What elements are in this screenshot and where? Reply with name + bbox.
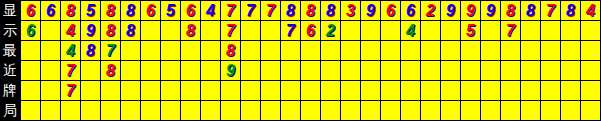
cell-r5c28 <box>561 81 580 100</box>
cell-r5c6 <box>121 81 140 100</box>
cell-r3c10 <box>201 41 220 60</box>
cell-r3c1 <box>21 41 40 60</box>
cell-r4c28 <box>561 61 580 80</box>
cell-r4c20 <box>401 61 420 80</box>
cell-r1c29: 4 <box>581 1 600 20</box>
cell-r6c7 <box>141 101 160 120</box>
cell-r6c27 <box>541 101 560 120</box>
cell-r2c17 <box>341 21 360 40</box>
cell-r1c18: 9 <box>361 1 380 20</box>
cell-r6c2 <box>41 101 60 120</box>
cell-r3c14 <box>281 41 300 60</box>
cell-r1c27: 7 <box>541 1 560 20</box>
cell-r5c18 <box>361 81 380 100</box>
cell-r1c22: 9 <box>441 1 460 20</box>
cell-r3c24 <box>481 41 500 60</box>
cell-r1c4: 5 <box>81 1 100 20</box>
cell-r2c14: 7 <box>281 21 300 40</box>
cell-r5c1 <box>21 81 40 100</box>
cell-r4c24 <box>481 61 500 80</box>
cell-r2c26 <box>521 21 540 40</box>
recent-games-board: 显示最近牌局 668588656477788839662999887846498… <box>0 0 601 121</box>
cell-r2c8 <box>161 21 180 40</box>
cell-r4c17 <box>341 61 360 80</box>
cell-r4c21 <box>421 61 440 80</box>
cell-r2c1: 6 <box>21 21 40 40</box>
cell-r5c5 <box>101 81 120 100</box>
cell-r4c23 <box>461 61 480 80</box>
cell-r4c8 <box>161 61 180 80</box>
cell-r6c6 <box>121 101 140 120</box>
cell-r3c6 <box>121 41 140 60</box>
cell-r3c26 <box>521 41 540 60</box>
cell-r3c4: 8 <box>81 41 100 60</box>
cell-r4c6 <box>121 61 140 80</box>
cell-r4c11: 9 <box>221 61 240 80</box>
cell-r4c22 <box>441 61 460 80</box>
cell-r3c5: 7 <box>101 41 120 60</box>
cell-r3c8 <box>161 41 180 60</box>
cell-r2c12 <box>241 21 260 40</box>
cell-r5c16 <box>321 81 340 100</box>
cell-r1c2: 6 <box>41 1 60 20</box>
cell-r6c5 <box>101 101 120 120</box>
cell-r6c4 <box>81 101 100 120</box>
cell-r4c4 <box>81 61 100 80</box>
cell-r3c20 <box>401 41 420 60</box>
cell-r1c7: 6 <box>141 1 160 20</box>
cell-r5c9 <box>181 81 200 100</box>
cell-r6c9 <box>181 101 200 120</box>
cell-r1c28: 8 <box>561 1 580 20</box>
cell-r1c12: 7 <box>241 1 260 20</box>
cell-r6c21 <box>421 101 440 120</box>
cell-r5c19 <box>381 81 400 100</box>
cell-r3c23 <box>461 41 480 60</box>
cell-r2c20: 4 <box>401 21 420 40</box>
cell-r2c18 <box>361 21 380 40</box>
cell-r4c27 <box>541 61 560 80</box>
cell-r6c3 <box>61 101 80 120</box>
board-title-char-1: 显 <box>0 1 20 20</box>
cell-r6c16 <box>321 101 340 120</box>
cell-r6c17 <box>341 101 360 120</box>
cell-r1c14: 8 <box>281 1 300 20</box>
cell-r1c26: 8 <box>521 1 540 20</box>
cell-r6c24 <box>481 101 500 120</box>
cell-r6c15 <box>301 101 320 120</box>
cell-r4c2 <box>41 61 60 80</box>
cell-r2c3: 4 <box>61 21 80 40</box>
cell-r4c12 <box>241 61 260 80</box>
cell-r3c19 <box>381 41 400 60</box>
cell-r2c22 <box>441 21 460 40</box>
cell-r1c11: 7 <box>221 1 240 20</box>
cell-r2c24 <box>481 21 500 40</box>
cell-r3c7 <box>141 41 160 60</box>
cell-r2c27 <box>541 21 560 40</box>
results-grid: 6685886564777888396629998878464988877624… <box>20 0 601 121</box>
board-title-char-4: 近 <box>0 61 20 80</box>
cell-r6c19 <box>381 101 400 120</box>
cell-r3c2 <box>41 41 60 60</box>
cell-r4c1 <box>21 61 40 80</box>
cell-r6c1 <box>21 101 40 120</box>
cell-r3c12 <box>241 41 260 60</box>
cell-r1c8: 5 <box>161 1 180 20</box>
cell-r3c16 <box>321 41 340 60</box>
cell-r1c15: 8 <box>301 1 320 20</box>
cell-r2c9: 8 <box>181 21 200 40</box>
board-title-char-5: 牌 <box>0 81 20 100</box>
cell-r2c28 <box>561 21 580 40</box>
cell-r6c28 <box>561 101 580 120</box>
cell-r1c23: 9 <box>461 1 480 20</box>
board-title-char-3: 最 <box>0 41 20 60</box>
cell-r2c2 <box>41 21 60 40</box>
cell-r5c29 <box>581 81 600 100</box>
board-title-vertical: 显示最近牌局 <box>0 0 20 121</box>
cell-r5c11 <box>221 81 240 100</box>
cell-r6c23 <box>461 101 480 120</box>
cell-r5c14 <box>281 81 300 100</box>
cell-r6c14 <box>281 101 300 120</box>
cell-r2c5: 8 <box>101 21 120 40</box>
cell-r6c11 <box>221 101 240 120</box>
cell-r3c18 <box>361 41 380 60</box>
cell-r3c13 <box>261 41 280 60</box>
cell-r4c5: 8 <box>101 61 120 80</box>
cell-r2c15: 6 <box>301 21 320 40</box>
cell-r2c7 <box>141 21 160 40</box>
cell-r1c9: 6 <box>181 1 200 20</box>
cell-r4c18 <box>361 61 380 80</box>
cell-r6c12 <box>241 101 260 120</box>
cell-r3c25 <box>501 41 520 60</box>
cell-r3c21 <box>421 41 440 60</box>
cell-r5c13 <box>261 81 280 100</box>
cell-r4c16 <box>321 61 340 80</box>
cell-r3c17 <box>341 41 360 60</box>
cell-r3c29 <box>581 41 600 60</box>
cell-r4c9 <box>181 61 200 80</box>
cell-r1c21: 2 <box>421 1 440 20</box>
board-title-char-2: 示 <box>0 21 20 40</box>
cell-r3c28 <box>561 41 580 60</box>
cell-r6c13 <box>261 101 280 120</box>
cell-r5c12 <box>241 81 260 100</box>
cell-r5c7 <box>141 81 160 100</box>
cell-r1c3: 8 <box>61 1 80 20</box>
cell-r1c13: 7 <box>261 1 280 20</box>
cell-r3c9 <box>181 41 200 60</box>
cell-r6c29 <box>581 101 600 120</box>
cell-r5c4 <box>81 81 100 100</box>
cell-r3c27 <box>541 41 560 60</box>
cell-r2c21 <box>421 21 440 40</box>
cell-r5c24 <box>481 81 500 100</box>
cell-r4c3: 7 <box>61 61 80 80</box>
cell-r1c19: 6 <box>381 1 400 20</box>
cell-r4c7 <box>141 61 160 80</box>
cell-r5c20 <box>401 81 420 100</box>
cell-r5c17 <box>341 81 360 100</box>
cell-r5c26 <box>521 81 540 100</box>
cell-r2c13 <box>261 21 280 40</box>
cell-r4c15 <box>301 61 320 80</box>
cell-r6c18 <box>361 101 380 120</box>
cell-r1c1: 6 <box>21 1 40 20</box>
cell-r1c20: 6 <box>401 1 420 20</box>
cell-r2c10 <box>201 21 220 40</box>
cell-r2c25: 7 <box>501 21 520 40</box>
cell-r2c4: 9 <box>81 21 100 40</box>
cell-r4c25 <box>501 61 520 80</box>
cell-r6c22 <box>441 101 460 120</box>
cell-r4c19 <box>381 61 400 80</box>
cell-r6c8 <box>161 101 180 120</box>
cell-r6c25 <box>501 101 520 120</box>
cell-r2c29 <box>581 21 600 40</box>
cell-r2c11: 7 <box>221 21 240 40</box>
cell-r2c23: 5 <box>461 21 480 40</box>
cell-r4c29 <box>581 61 600 80</box>
cell-r6c20 <box>401 101 420 120</box>
cell-r3c3: 4 <box>61 41 80 60</box>
cell-r2c16: 2 <box>321 21 340 40</box>
cell-r4c10 <box>201 61 220 80</box>
cell-r5c15 <box>301 81 320 100</box>
cell-r5c3: 7 <box>61 81 80 100</box>
cell-r2c6: 8 <box>121 21 140 40</box>
cell-r6c10 <box>201 101 220 120</box>
cell-r1c25: 8 <box>501 1 520 20</box>
cell-r5c23 <box>461 81 480 100</box>
cell-r1c24: 9 <box>481 1 500 20</box>
cell-r5c25 <box>501 81 520 100</box>
cell-r5c8 <box>161 81 180 100</box>
cell-r1c16: 8 <box>321 1 340 20</box>
cell-r4c14 <box>281 61 300 80</box>
cell-r3c22 <box>441 41 460 60</box>
cell-r5c21 <box>421 81 440 100</box>
cell-r1c6: 8 <box>121 1 140 20</box>
cell-r5c22 <box>441 81 460 100</box>
cell-r4c26 <box>521 61 540 80</box>
cell-r4c13 <box>261 61 280 80</box>
cell-r1c5: 8 <box>101 1 120 20</box>
cell-r2c19 <box>381 21 400 40</box>
cell-r6c26 <box>521 101 540 120</box>
cell-r1c10: 4 <box>201 1 220 20</box>
board-title-char-6: 局 <box>0 101 20 120</box>
cell-r5c10 <box>201 81 220 100</box>
cell-r5c27 <box>541 81 560 100</box>
cell-r5c2 <box>41 81 60 100</box>
cell-r3c15 <box>301 41 320 60</box>
cell-r3c11: 8 <box>221 41 240 60</box>
cell-r1c17: 3 <box>341 1 360 20</box>
